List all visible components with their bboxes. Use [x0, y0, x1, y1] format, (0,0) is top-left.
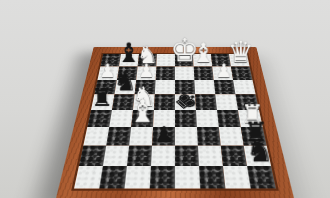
square-c2[interactable] [127, 146, 152, 166]
square-g4[interactable] [217, 110, 241, 127]
square-d5[interactable] [154, 94, 175, 110]
square-f8[interactable]: ♝ [193, 54, 212, 66]
white-bishop-f8[interactable]: ♝ [191, 40, 215, 67]
square-a4[interactable] [87, 110, 112, 127]
square-f6[interactable] [194, 80, 215, 94]
scene-background: ♝♞♚♝♛♟♟♟♞♜♞♚♝♜♟♜♞ [0, 0, 330, 198]
square-d2[interactable] [151, 146, 175, 166]
square-d1[interactable] [150, 166, 175, 188]
square-e2[interactable] [175, 146, 199, 166]
square-f4[interactable] [196, 110, 219, 127]
square-g1[interactable] [223, 166, 251, 188]
white-pawn-c7[interactable]: ♟ [138, 61, 155, 79]
square-g7[interactable]: ♟ [212, 67, 233, 80]
square-e1[interactable] [175, 166, 200, 188]
square-g3[interactable] [219, 127, 244, 146]
square-h6[interactable] [233, 80, 255, 94]
white-pawn-g7[interactable]: ♟ [215, 61, 232, 79]
square-c7[interactable]: ♟ [136, 67, 156, 80]
square-e7[interactable] [175, 67, 194, 80]
square-a5[interactable]: ♜ [91, 94, 115, 110]
black-knight-h2[interactable]: ♞ [245, 135, 273, 166]
square-a2[interactable] [79, 146, 106, 166]
square-c4[interactable]: ♝ [131, 110, 154, 127]
square-g2[interactable] [221, 146, 247, 166]
square-e3[interactable] [175, 127, 198, 146]
square-g6[interactable] [214, 80, 236, 94]
square-h1[interactable] [247, 166, 276, 188]
board-squares-grid: ♝♞♚♝♛♟♟♟♞♜♞♚♝♜♟♜♞ [74, 54, 276, 188]
square-f7[interactable] [194, 67, 214, 80]
wooden-board-frame: ♝♞♚♝♛♟♟♟♞♜♞♚♝♜♟♜♞ [55, 47, 296, 198]
square-c1[interactable] [125, 166, 151, 188]
square-f2[interactable] [198, 146, 223, 166]
square-f1[interactable] [199, 166, 225, 188]
square-f3[interactable] [197, 127, 221, 146]
black-pawn-d3[interactable]: ♟ [154, 124, 174, 146]
square-d6[interactable] [155, 80, 175, 94]
square-f5[interactable] [195, 94, 217, 110]
black-rook-a5[interactable]: ♜ [91, 86, 113, 110]
square-h7[interactable] [231, 67, 253, 80]
square-d7[interactable] [156, 67, 175, 80]
square-b1[interactable] [99, 166, 127, 188]
square-h2[interactable]: ♞ [244, 146, 271, 166]
square-a1[interactable] [74, 166, 103, 188]
white-bishop-c4[interactable]: ♝ [128, 96, 156, 127]
square-b3[interactable] [106, 127, 131, 146]
square-c3[interactable] [129, 127, 153, 146]
square-e5[interactable]: ♚ [175, 94, 196, 110]
square-e4[interactable] [175, 110, 197, 127]
square-g5[interactable] [215, 94, 238, 110]
chessboard: ♝♞♚♝♛♟♟♟♞♜♞♚♝♜♟♜♞ [55, 47, 296, 198]
square-b2[interactable] [103, 146, 129, 166]
square-d3[interactable]: ♟ [152, 127, 175, 146]
square-a3[interactable] [83, 127, 109, 146]
square-e6[interactable] [175, 80, 195, 94]
